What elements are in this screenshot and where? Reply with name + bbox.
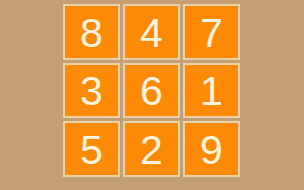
tile-r2c0[interactable]: 5 bbox=[63, 121, 120, 177]
tile-digit: 9 bbox=[200, 130, 223, 171]
tile-digit: 2 bbox=[140, 130, 163, 171]
tile-r2c1[interactable]: 2 bbox=[123, 121, 180, 177]
puzzle-board: 8 4 7 3 6 1 5 2 9 bbox=[63, 4, 240, 177]
tile-r1c0[interactable]: 3 bbox=[63, 63, 120, 119]
tile-r0c1[interactable]: 4 bbox=[123, 4, 180, 60]
game-screen: 8 4 7 3 6 1 5 2 9 bbox=[0, 0, 304, 190]
tile-digit: 8 bbox=[80, 13, 103, 54]
tile-digit: 4 bbox=[140, 13, 163, 54]
tile-r0c2[interactable]: 7 bbox=[183, 4, 240, 60]
tile-r1c2[interactable]: 1 bbox=[183, 63, 240, 119]
tile-r1c1[interactable]: 6 bbox=[123, 63, 180, 119]
tile-r2c2[interactable]: 9 bbox=[183, 121, 240, 177]
tile-digit: 6 bbox=[140, 71, 163, 112]
tile-digit: 5 bbox=[80, 130, 103, 171]
tile-r0c0[interactable]: 8 bbox=[63, 4, 120, 60]
tile-digit: 1 bbox=[200, 71, 223, 112]
tile-digit: 3 bbox=[80, 71, 103, 112]
tile-digit: 7 bbox=[200, 13, 223, 54]
